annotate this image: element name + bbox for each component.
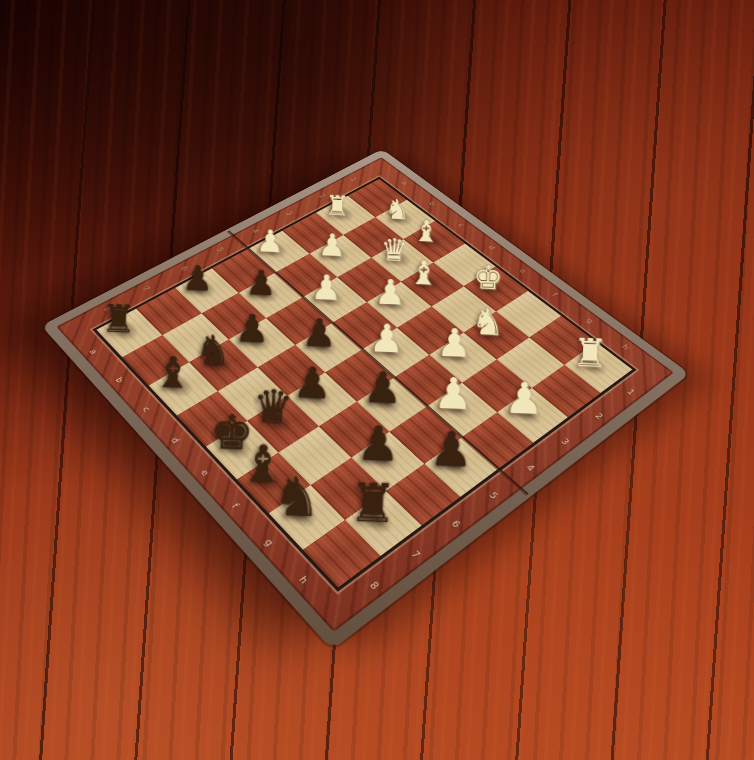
piece-white-pawn-e4: ♟ [369,319,405,359]
file-label-far-g: g [585,317,596,325]
file-label-far-d: d [486,244,496,251]
piece-black-pawn-b5: ♟ [245,265,277,300]
piece-black-knight-c7: ♞ [195,330,233,372]
file-label-b: b [113,376,125,384]
piece-black-pawn-d5: ♟ [301,314,337,354]
file-label-far-b: b [427,201,437,207]
piece-white-pawn-d3: ♟ [374,275,406,311]
piece-black-rook-a8: ♜ [101,299,137,339]
piece-black-bishop-c8: ♝ [153,351,193,395]
rank-label-7: 7 [409,549,422,560]
file-label-e: e [198,468,211,478]
rank-label-2: 2 [593,412,604,421]
piece-white-rook-a2: ♜ [325,192,350,220]
piece-white-rook-h1: ♜ [572,334,608,374]
rank-label-8: 8 [367,580,381,591]
piece-white-pawn-c4: ♟ [310,270,342,306]
rank-label-far-7: 7 [141,285,152,292]
rank-label-5: 5 [487,491,499,501]
scene: ♞♝♚♜♜♛♝♞♟♟♟♟♟♟♟♟♟♟♟♟♟♟♟♟♞♛♜♜♝♚♝♞ a1a1b2b… [0,0,754,760]
piece-black-pawn-c6: ♟ [234,309,270,349]
file-label-g: g [262,537,275,548]
file-label-d: d [169,436,182,445]
rank-label-4: 4 [524,463,536,473]
piece-white-knight-b1: ♞ [385,196,410,224]
piece-black-pawn-e6: ♟ [292,361,332,405]
piece-white-knight-f2: ♞ [471,303,505,341]
square-h1: ♜ [564,342,632,393]
piece-white-pawn-b3: ♟ [318,230,347,262]
photo-canvas: { "game": "chess", "position": "r1b1kbn1… [0,0,754,760]
file-label-f: f [230,502,241,510]
rank-label-far-5: 5 [215,246,226,253]
file-label-h: h [297,574,311,585]
file-label-far-c: c [456,222,465,228]
piece-black-pawn-g6: ♟ [356,419,401,469]
piece-black-pawn-h5: ♟ [429,424,474,474]
rank-label-far-3: 3 [284,210,294,216]
piece-white-bishop-c1: ♝ [413,217,440,247]
piece-white-pawn-f3: ♟ [436,324,472,364]
chess-board: ♞♝♚♜♜♛♝♞♟♟♟♟♟♟♟♟♟♟♟♟♟♟♟♟♞♛♜♜♝♚♝♞ [92,177,636,592]
piece-black-pawn-a6: ♟ [181,261,213,296]
piece-black-pawn-f5: ♟ [362,367,402,412]
board-case: ♞♝♚♜♜♛♝♞♟♟♟♟♟♟♟♟♟♟♟♟♟♟♟♟♞♛♜♜♝♚♝♞ a1a1b2b… [41,149,690,650]
file-label-a: a [87,348,99,356]
piece-white-queen-c2: ♛ [380,234,409,266]
board-frame: ♞♝♚♜♜♛♝♞♟♟♟♟♟♟♟♟♟♟♟♟♟♟♟♟♞♛♜♜♝♚♝♞ a1a1b2b… [56,157,674,632]
rank-label-far-1: 1 [349,176,359,182]
rank-label-6: 6 [449,519,462,529]
rank-label-1: 1 [625,388,636,397]
piece-white-bishop-d2: ♝ [409,256,439,290]
piece-white-king-e1: ♚ [473,261,503,295]
rank-label-3: 3 [559,437,571,446]
piece-white-pawn-a4: ♟ [256,225,284,257]
piece-white-pawn-g4: ♟ [433,372,473,417]
file-label-far-f: f [550,292,559,298]
file-label-c: c [140,405,152,413]
piece-black-rook-h7: ♜ [348,476,398,531]
file-label-far-a: a [399,180,409,186]
piece-black-queen-e7: ♛ [252,384,294,431]
file-label-far-h: h [620,343,631,351]
piece-black-knight-g8: ♞ [272,470,322,525]
file-label-far-e: e [518,268,528,275]
piece-white-pawn-h3: ♟ [504,377,544,422]
